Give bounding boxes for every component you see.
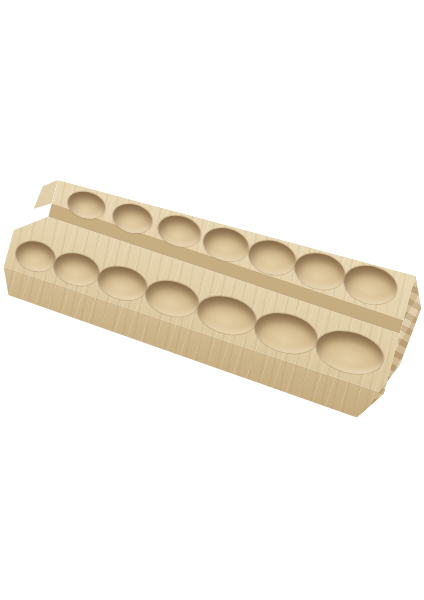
pit-front-2[interactable] bbox=[51, 249, 103, 290]
pit-front-5[interactable] bbox=[193, 290, 260, 340]
pit-back-3[interactable] bbox=[155, 212, 204, 252]
pit-front-4[interactable] bbox=[141, 275, 203, 322]
pit-back-2[interactable] bbox=[110, 200, 156, 237]
pit-front-3[interactable] bbox=[94, 261, 151, 305]
mancala-board bbox=[18, 180, 416, 425]
product-photo-canvas bbox=[0, 0, 424, 600]
pit-back-1[interactable] bbox=[65, 188, 108, 223]
pit-back-4[interactable] bbox=[199, 223, 251, 265]
